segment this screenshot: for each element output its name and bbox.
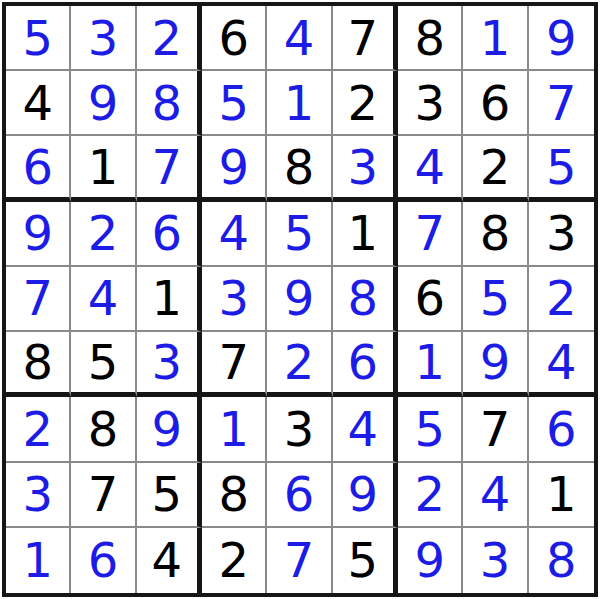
cell-r8c4[interactable]: 8 (202, 463, 267, 528)
cell-r1c7[interactable]: 8 (398, 6, 463, 71)
cell-r6c3[interactable]: 3 (137, 332, 202, 397)
cell-r7c8[interactable]: 7 (463, 397, 528, 462)
cell-r9c8[interactable]: 3 (463, 528, 528, 593)
cell-r5c2[interactable]: 4 (71, 267, 136, 332)
cell-r4c1[interactable]: 9 (6, 202, 71, 267)
cell-r5c4[interactable]: 3 (202, 267, 267, 332)
cell-r7c1[interactable]: 2 (6, 397, 71, 462)
cell-r9c3[interactable]: 4 (137, 528, 202, 593)
cell-r4c8[interactable]: 8 (463, 202, 528, 267)
cell-r4c5[interactable]: 5 (267, 202, 332, 267)
cell-r1c5[interactable]: 4 (267, 6, 332, 71)
cell-r4c9[interactable]: 3 (529, 202, 594, 267)
cell-r1c4[interactable]: 6 (202, 6, 267, 71)
cell-r5c1[interactable]: 7 (6, 267, 71, 332)
cell-r5c6[interactable]: 8 (333, 267, 398, 332)
cell-r2c4[interactable]: 5 (202, 71, 267, 136)
cell-r4c7[interactable]: 7 (398, 202, 463, 267)
cell-r1c6[interactable]: 7 (333, 6, 398, 71)
cell-r1c8[interactable]: 1 (463, 6, 528, 71)
cell-r3c7[interactable]: 4 (398, 136, 463, 201)
cell-r2c9[interactable]: 7 (529, 71, 594, 136)
cell-r5c5[interactable]: 9 (267, 267, 332, 332)
cell-r8c7[interactable]: 2 (398, 463, 463, 528)
cell-r8c2[interactable]: 7 (71, 463, 136, 528)
cell-r5c9[interactable]: 2 (529, 267, 594, 332)
cell-r8c1[interactable]: 3 (6, 463, 71, 528)
cell-r4c6[interactable]: 1 (333, 202, 398, 267)
cell-r8c5[interactable]: 6 (267, 463, 332, 528)
cell-r7c2[interactable]: 8 (71, 397, 136, 462)
cell-r2c7[interactable]: 3 (398, 71, 463, 136)
cell-r3c6[interactable]: 3 (333, 136, 398, 201)
cell-r9c6[interactable]: 5 (333, 528, 398, 593)
cell-r5c7[interactable]: 6 (398, 267, 463, 332)
cell-r9c2[interactable]: 6 (71, 528, 136, 593)
cell-r1c9[interactable]: 9 (529, 6, 594, 71)
cell-r7c9[interactable]: 6 (529, 397, 594, 462)
cell-r2c8[interactable]: 6 (463, 71, 528, 136)
cell-r6c2[interactable]: 5 (71, 332, 136, 397)
cell-r5c3[interactable]: 1 (137, 267, 202, 332)
cell-r7c3[interactable]: 9 (137, 397, 202, 462)
cell-r9c4[interactable]: 2 (202, 528, 267, 593)
cell-r4c2[interactable]: 2 (71, 202, 136, 267)
cell-r2c6[interactable]: 2 (333, 71, 398, 136)
cell-r4c4[interactable]: 4 (202, 202, 267, 267)
cell-r6c6[interactable]: 6 (333, 332, 398, 397)
cell-r6c5[interactable]: 2 (267, 332, 332, 397)
cell-r3c3[interactable]: 7 (137, 136, 202, 201)
cell-r3c4[interactable]: 9 (202, 136, 267, 201)
cell-r6c9[interactable]: 4 (529, 332, 594, 397)
cell-r1c1[interactable]: 5 (6, 6, 71, 71)
cell-r6c7[interactable]: 1 (398, 332, 463, 397)
cell-r8c6[interactable]: 9 (333, 463, 398, 528)
cell-r3c9[interactable]: 5 (529, 136, 594, 201)
cell-r2c1[interactable]: 4 (6, 71, 71, 136)
cell-r7c5[interactable]: 3 (267, 397, 332, 462)
sudoku-board: 5326478194985123676179834259264517837413… (2, 2, 598, 597)
cell-r7c7[interactable]: 5 (398, 397, 463, 462)
cell-r3c5[interactable]: 8 (267, 136, 332, 201)
cell-r5c8[interactable]: 5 (463, 267, 528, 332)
cell-r6c8[interactable]: 9 (463, 332, 528, 397)
cell-r9c5[interactable]: 7 (267, 528, 332, 593)
cell-r9c9[interactable]: 8 (529, 528, 594, 593)
cell-r8c3[interactable]: 5 (137, 463, 202, 528)
cell-r8c9[interactable]: 1 (529, 463, 594, 528)
cell-r9c7[interactable]: 9 (398, 528, 463, 593)
cell-r2c3[interactable]: 8 (137, 71, 202, 136)
cell-r7c4[interactable]: 1 (202, 397, 267, 462)
cell-r3c8[interactable]: 2 (463, 136, 528, 201)
cell-r3c1[interactable]: 6 (6, 136, 71, 201)
cell-r1c2[interactable]: 3 (71, 6, 136, 71)
cell-r8c8[interactable]: 4 (463, 463, 528, 528)
cell-r3c2[interactable]: 1 (71, 136, 136, 201)
cell-r2c2[interactable]: 9 (71, 71, 136, 136)
cell-r6c1[interactable]: 8 (6, 332, 71, 397)
cell-r4c3[interactable]: 6 (137, 202, 202, 267)
cell-r6c4[interactable]: 7 (202, 332, 267, 397)
cell-r9c1[interactable]: 1 (6, 528, 71, 593)
cell-r1c3[interactable]: 2 (137, 6, 202, 71)
cell-r2c5[interactable]: 1 (267, 71, 332, 136)
cell-r7c6[interactable]: 4 (333, 397, 398, 462)
